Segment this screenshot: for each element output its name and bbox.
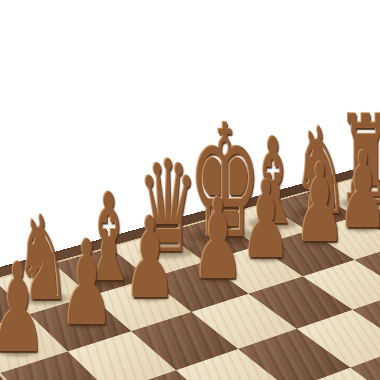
piece-white-pawn-a2[interactable]: ♟ [0,247,47,370]
piece-white-pawn-e2[interactable]: ♟ [241,167,291,274]
piece-white-pawn-b2[interactable]: ♟ [60,225,115,342]
chessboard-photo: ♞♝♛♚♝♞♜♟♟♟♟♟♟♟ [0,0,380,380]
piece-white-pawn-c2[interactable]: ♟ [124,202,176,314]
piece-white-pawn-d2[interactable]: ♟ [192,183,244,295]
pieces-layer: ♞♝♛♚♝♞♜♟♟♟♟♟♟♟ [0,0,380,380]
piece-white-pawn-f2[interactable]: ♟ [295,149,346,258]
